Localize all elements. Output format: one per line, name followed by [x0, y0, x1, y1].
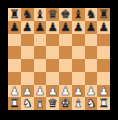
square-c1[interactable]: ♝	[34, 97, 47, 110]
piece-white-knight[interactable]: ♞	[86, 97, 96, 109]
piece-black-pawn[interactable]: ♟	[47, 21, 57, 33]
square-g4[interactable]	[85, 59, 98, 72]
square-b1[interactable]: ♞	[21, 97, 34, 110]
window-background: ♜♞♝♛♚♝♞♜♟♟♟♟♟♟♟♟♟♟♟♟♟♟♟♟♜♞♝♛♚♝♞♜	[0, 0, 118, 120]
square-f2[interactable]: ♟	[72, 85, 85, 98]
square-f3[interactable]	[72, 72, 85, 85]
square-d4[interactable]	[46, 59, 59, 72]
square-b7[interactable]: ♟	[21, 21, 34, 34]
piece-black-pawn[interactable]: ♟	[22, 21, 32, 33]
piece-black-pawn[interactable]: ♟	[9, 21, 19, 33]
square-f6[interactable]	[72, 34, 85, 47]
piece-black-pawn[interactable]: ♟	[60, 21, 70, 33]
square-d1[interactable]: ♛	[46, 97, 59, 110]
square-e7[interactable]: ♟	[59, 21, 72, 34]
piece-black-pawn[interactable]: ♟	[86, 21, 96, 33]
square-b3[interactable]	[21, 72, 34, 85]
square-f1[interactable]: ♝	[72, 97, 85, 110]
square-c6[interactable]	[34, 34, 47, 47]
piece-white-bishop[interactable]: ♝	[35, 97, 45, 109]
square-b8[interactable]: ♞	[21, 8, 34, 21]
square-a1[interactable]: ♜	[8, 97, 21, 110]
piece-black-pawn[interactable]: ♟	[35, 21, 45, 33]
piece-white-pawn[interactable]: ♟	[98, 85, 108, 97]
piece-white-pawn[interactable]: ♟	[73, 85, 83, 97]
square-e2[interactable]: ♟	[59, 85, 72, 98]
square-c4[interactable]	[34, 59, 47, 72]
piece-black-bishop[interactable]: ♝	[35, 8, 45, 20]
square-f7[interactable]: ♟	[72, 21, 85, 34]
piece-black-bishop[interactable]: ♝	[73, 8, 83, 20]
square-e3[interactable]	[59, 72, 72, 85]
piece-white-pawn[interactable]: ♟	[22, 85, 32, 97]
piece-white-pawn[interactable]: ♟	[35, 85, 45, 97]
piece-black-pawn[interactable]: ♟	[98, 21, 108, 33]
square-h4[interactable]	[97, 59, 110, 72]
square-d2[interactable]: ♟	[46, 85, 59, 98]
piece-white-queen[interactable]: ♛	[47, 97, 57, 109]
square-f5[interactable]	[72, 46, 85, 59]
piece-white-pawn[interactable]: ♟	[9, 85, 19, 97]
piece-black-knight[interactable]: ♞	[86, 8, 96, 20]
square-h2[interactable]: ♟	[97, 85, 110, 98]
square-h1[interactable]: ♜	[97, 97, 110, 110]
square-e6[interactable]	[59, 34, 72, 47]
square-f4[interactable]	[72, 59, 85, 72]
square-h5[interactable]	[97, 46, 110, 59]
square-a2[interactable]: ♟	[8, 85, 21, 98]
square-a8[interactable]: ♜	[8, 8, 21, 21]
piece-white-rook[interactable]: ♜	[98, 97, 108, 109]
piece-white-pawn[interactable]: ♟	[86, 85, 96, 97]
square-a3[interactable]	[8, 72, 21, 85]
square-c3[interactable]	[34, 72, 47, 85]
piece-black-pawn[interactable]: ♟	[73, 21, 83, 33]
square-e5[interactable]	[59, 46, 72, 59]
square-g8[interactable]: ♞	[85, 8, 98, 21]
piece-black-rook[interactable]: ♜	[9, 8, 19, 20]
square-d8[interactable]: ♛	[46, 8, 59, 21]
piece-black-rook[interactable]: ♜	[98, 8, 108, 20]
square-g5[interactable]	[85, 46, 98, 59]
square-a6[interactable]	[8, 34, 21, 47]
piece-white-pawn[interactable]: ♟	[60, 85, 70, 97]
square-b2[interactable]: ♟	[21, 85, 34, 98]
square-a4[interactable]	[8, 59, 21, 72]
square-c5[interactable]	[34, 46, 47, 59]
piece-black-queen[interactable]: ♛	[47, 8, 57, 20]
square-c8[interactable]: ♝	[34, 8, 47, 21]
square-e8[interactable]: ♚	[59, 8, 72, 21]
square-e4[interactable]	[59, 59, 72, 72]
piece-white-pawn[interactable]: ♟	[47, 85, 57, 97]
square-d6[interactable]	[46, 34, 59, 47]
square-h7[interactable]: ♟	[97, 21, 110, 34]
square-b5[interactable]	[21, 46, 34, 59]
piece-black-king[interactable]: ♚	[60, 8, 70, 20]
square-h3[interactable]	[97, 72, 110, 85]
piece-white-king[interactable]: ♚	[60, 97, 70, 109]
square-c7[interactable]: ♟	[34, 21, 47, 34]
square-h8[interactable]: ♜	[97, 8, 110, 21]
piece-white-rook[interactable]: ♜	[9, 97, 19, 109]
square-d7[interactable]: ♟	[46, 21, 59, 34]
square-a7[interactable]: ♟	[8, 21, 21, 34]
square-d3[interactable]	[46, 72, 59, 85]
square-f8[interactable]: ♝	[72, 8, 85, 21]
square-g2[interactable]: ♟	[85, 85, 98, 98]
square-b6[interactable]	[21, 34, 34, 47]
square-b4[interactable]	[21, 59, 34, 72]
piece-black-knight[interactable]: ♞	[22, 8, 32, 20]
piece-white-knight[interactable]: ♞	[22, 97, 32, 109]
square-e1[interactable]: ♚	[59, 97, 72, 110]
square-d5[interactable]	[46, 46, 59, 59]
chess-board: ♜♞♝♛♚♝♞♜♟♟♟♟♟♟♟♟♟♟♟♟♟♟♟♟♜♞♝♛♚♝♞♜	[8, 8, 110, 110]
piece-white-bishop[interactable]: ♝	[73, 97, 83, 109]
square-h6[interactable]	[97, 34, 110, 47]
square-a5[interactable]	[8, 46, 21, 59]
square-g6[interactable]	[85, 34, 98, 47]
square-g3[interactable]	[85, 72, 98, 85]
square-c2[interactable]: ♟	[34, 85, 47, 98]
square-g7[interactable]: ♟	[85, 21, 98, 34]
square-g1[interactable]: ♞	[85, 97, 98, 110]
